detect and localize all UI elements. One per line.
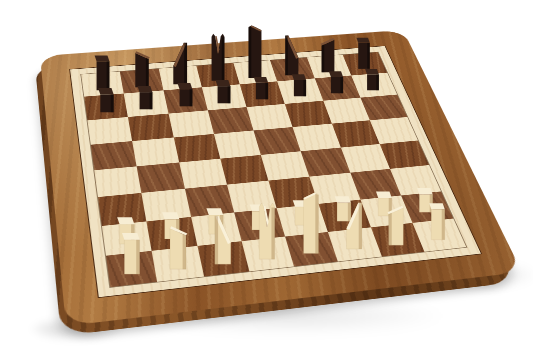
square-d6[interactable]	[208, 107, 254, 134]
piece-black-pawn-c7[interactable]	[176, 82, 196, 107]
square-c4[interactable]	[179, 159, 227, 189]
piece-black-rook-h8[interactable]	[355, 35, 373, 70]
piece-white-queen-d1[interactable]	[256, 197, 279, 260]
piece-white-knight-b1[interactable]	[166, 220, 190, 270]
piece-white-knight-g1[interactable]	[385, 200, 407, 246]
piece-black-knight-g8[interactable]	[319, 33, 338, 73]
square-h6[interactable]	[360, 94, 407, 120]
piece-black-knight-b8[interactable]	[132, 46, 152, 88]
piece-black-king-e8[interactable]	[246, 21, 265, 79]
piece-black-pawn-d7[interactable]	[214, 79, 234, 104]
piece-black-pawn-a7[interactable]	[96, 87, 117, 113]
square-h5[interactable]	[370, 117, 418, 144]
piece-black-pawn-f7[interactable]	[290, 73, 309, 97]
piece-black-pawn-b7[interactable]	[136, 85, 156, 110]
square-a4[interactable]	[94, 166, 141, 197]
piece-white-rook-a1[interactable]	[120, 230, 144, 275]
piece-black-pawn-e7[interactable]	[252, 76, 272, 100]
square-a6[interactable]	[87, 117, 132, 145]
square-b5[interactable]	[132, 137, 178, 166]
square-b4[interactable]	[137, 162, 185, 193]
square-a5[interactable]	[91, 141, 137, 170]
piece-black-bishop-f8[interactable]	[283, 29, 302, 76]
piece-white-bishop-c1[interactable]	[212, 208, 235, 265]
piece-white-rook-h1[interactable]	[427, 200, 448, 241]
piece-black-pawn-h7[interactable]	[364, 68, 383, 91]
square-c6[interactable]	[168, 110, 214, 137]
square-b6[interactable]	[128, 113, 173, 141]
piece-black-rook-a8[interactable]	[93, 53, 113, 91]
piece-white-bishop-f1[interactable]	[343, 195, 365, 250]
piece-black-queen-d8[interactable]	[209, 28, 228, 82]
piece-white-king-e1[interactable]	[300, 187, 322, 255]
square-d5[interactable]	[214, 130, 261, 158]
chess-photo-scene	[0, 0, 533, 355]
square-c5[interactable]	[173, 134, 220, 163]
piece-black-bishop-c8[interactable]	[170, 36, 190, 85]
piece-black-pawn-g7[interactable]	[327, 70, 346, 94]
